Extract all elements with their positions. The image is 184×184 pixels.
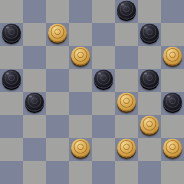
- square-3-1[interactable]: [23, 69, 46, 92]
- square-3-6[interactable]: [138, 69, 161, 92]
- square-1-7[interactable]: [161, 23, 184, 46]
- gold-piece[interactable]: [117, 93, 136, 112]
- square-1-0[interactable]: [0, 23, 23, 46]
- square-0-1[interactable]: [23, 0, 46, 23]
- gold-piece[interactable]: [71, 47, 90, 66]
- dark-piece[interactable]: [163, 93, 182, 112]
- square-7-1[interactable]: [23, 161, 46, 184]
- square-1-2[interactable]: [46, 23, 69, 46]
- square-3-4[interactable]: [92, 69, 115, 92]
- square-2-4[interactable]: [92, 46, 115, 69]
- square-0-6[interactable]: [138, 0, 161, 23]
- checkers-board: [0, 0, 184, 184]
- square-6-0[interactable]: [0, 138, 23, 161]
- square-2-2[interactable]: [46, 46, 69, 69]
- dark-piece[interactable]: [117, 1, 136, 20]
- gold-piece[interactable]: [48, 24, 67, 43]
- gold-piece[interactable]: [71, 139, 90, 158]
- square-7-4[interactable]: [92, 161, 115, 184]
- square-4-3[interactable]: [69, 92, 92, 115]
- square-3-0[interactable]: [0, 69, 23, 92]
- dark-piece[interactable]: [140, 24, 159, 43]
- square-5-3[interactable]: [69, 115, 92, 138]
- square-7-6[interactable]: [138, 161, 161, 184]
- square-6-5[interactable]: [115, 138, 138, 161]
- square-6-3[interactable]: [69, 138, 92, 161]
- square-4-7[interactable]: [161, 92, 184, 115]
- square-6-4[interactable]: [92, 138, 115, 161]
- square-5-6[interactable]: [138, 115, 161, 138]
- square-3-5[interactable]: [115, 69, 138, 92]
- square-6-7[interactable]: [161, 138, 184, 161]
- square-0-0[interactable]: [0, 0, 23, 23]
- gold-piece[interactable]: [140, 116, 159, 135]
- square-1-3[interactable]: [69, 23, 92, 46]
- square-3-3[interactable]: [69, 69, 92, 92]
- dark-piece[interactable]: [25, 93, 44, 112]
- square-5-7[interactable]: [161, 115, 184, 138]
- gold-piece[interactable]: [117, 139, 136, 158]
- square-2-1[interactable]: [23, 46, 46, 69]
- square-1-1[interactable]: [23, 23, 46, 46]
- square-7-0[interactable]: [0, 161, 23, 184]
- square-3-2[interactable]: [46, 69, 69, 92]
- square-5-5[interactable]: [115, 115, 138, 138]
- square-5-2[interactable]: [46, 115, 69, 138]
- square-7-7[interactable]: [161, 161, 184, 184]
- square-4-1[interactable]: [23, 92, 46, 115]
- square-4-2[interactable]: [46, 92, 69, 115]
- square-5-0[interactable]: [0, 115, 23, 138]
- square-6-6[interactable]: [138, 138, 161, 161]
- square-1-4[interactable]: [92, 23, 115, 46]
- square-1-6[interactable]: [138, 23, 161, 46]
- gold-piece[interactable]: [163, 139, 182, 158]
- square-5-4[interactable]: [92, 115, 115, 138]
- square-6-2[interactable]: [46, 138, 69, 161]
- square-2-0[interactable]: [0, 46, 23, 69]
- dark-piece[interactable]: [2, 24, 21, 43]
- square-3-7[interactable]: [161, 69, 184, 92]
- dark-piece[interactable]: [2, 70, 21, 89]
- square-4-5[interactable]: [115, 92, 138, 115]
- square-4-0[interactable]: [0, 92, 23, 115]
- square-7-2[interactable]: [46, 161, 69, 184]
- square-0-7[interactable]: [161, 0, 184, 23]
- square-7-3[interactable]: [69, 161, 92, 184]
- square-6-1[interactable]: [23, 138, 46, 161]
- dark-piece[interactable]: [140, 70, 159, 89]
- square-5-1[interactable]: [23, 115, 46, 138]
- square-0-4[interactable]: [92, 0, 115, 23]
- square-2-7[interactable]: [161, 46, 184, 69]
- dark-piece[interactable]: [94, 70, 113, 89]
- square-2-6[interactable]: [138, 46, 161, 69]
- square-2-3[interactable]: [69, 46, 92, 69]
- square-7-5[interactable]: [115, 161, 138, 184]
- square-0-3[interactable]: [69, 0, 92, 23]
- gold-piece[interactable]: [163, 47, 182, 66]
- square-1-5[interactable]: [115, 23, 138, 46]
- square-0-2[interactable]: [46, 0, 69, 23]
- square-4-4[interactable]: [92, 92, 115, 115]
- square-0-5[interactable]: [115, 0, 138, 23]
- square-2-5[interactable]: [115, 46, 138, 69]
- square-4-6[interactable]: [138, 92, 161, 115]
